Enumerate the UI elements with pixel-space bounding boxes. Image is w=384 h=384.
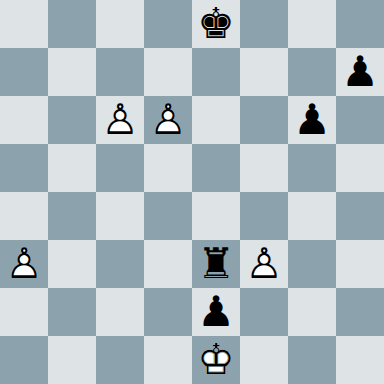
piece-black-pawn[interactable]: ♟ — [336, 48, 384, 96]
square-h3[interactable] — [336, 240, 384, 288]
pawn-outline-glyph: ♙ — [240, 240, 288, 288]
square-b5[interactable] — [48, 144, 96, 192]
square-b8[interactable] — [48, 0, 96, 48]
square-b4[interactable] — [48, 192, 96, 240]
square-a2[interactable] — [0, 288, 48, 336]
square-h5[interactable] — [336, 144, 384, 192]
piece-white-king[interactable]: ♚♔ — [192, 336, 240, 384]
square-e1[interactable]: ♚♔ — [192, 336, 240, 384]
square-e4[interactable] — [192, 192, 240, 240]
square-e8[interactable]: ♚ — [192, 0, 240, 48]
square-d8[interactable] — [144, 0, 192, 48]
square-g4[interactable] — [288, 192, 336, 240]
square-h1[interactable] — [336, 336, 384, 384]
square-g8[interactable] — [288, 0, 336, 48]
square-e3[interactable]: ♜ — [192, 240, 240, 288]
square-c8[interactable] — [96, 0, 144, 48]
square-c2[interactable] — [96, 288, 144, 336]
king-black-glyph: ♚ — [192, 0, 240, 48]
square-b7[interactable] — [48, 48, 96, 96]
square-h8[interactable] — [336, 0, 384, 48]
square-b3[interactable] — [48, 240, 96, 288]
square-a7[interactable] — [0, 48, 48, 96]
square-h2[interactable] — [336, 288, 384, 336]
piece-white-pawn[interactable]: ♟♙ — [144, 96, 192, 144]
square-f1[interactable] — [240, 336, 288, 384]
square-c1[interactable] — [96, 336, 144, 384]
pawn-black-glyph: ♟ — [288, 96, 336, 144]
piece-white-pawn[interactable]: ♟♙ — [240, 240, 288, 288]
square-f4[interactable] — [240, 192, 288, 240]
square-d6[interactable]: ♟♙ — [144, 96, 192, 144]
square-f5[interactable] — [240, 144, 288, 192]
square-f8[interactable] — [240, 0, 288, 48]
piece-black-pawn[interactable]: ♟ — [288, 96, 336, 144]
square-a4[interactable] — [0, 192, 48, 240]
square-a1[interactable] — [0, 336, 48, 384]
piece-black-rook[interactable]: ♜ — [192, 240, 240, 288]
rook-black-glyph: ♜ — [192, 240, 240, 288]
pawn-outline-glyph: ♙ — [0, 240, 48, 288]
square-b2[interactable] — [48, 288, 96, 336]
piece-white-pawn[interactable]: ♟♙ — [0, 240, 48, 288]
square-h4[interactable] — [336, 192, 384, 240]
square-f7[interactable] — [240, 48, 288, 96]
square-f3[interactable]: ♟♙ — [240, 240, 288, 288]
square-d2[interactable] — [144, 288, 192, 336]
square-g2[interactable] — [288, 288, 336, 336]
square-g1[interactable] — [288, 336, 336, 384]
square-a3[interactable]: ♟♙ — [0, 240, 48, 288]
king-outline-glyph: ♔ — [192, 336, 240, 384]
square-c3[interactable] — [96, 240, 144, 288]
piece-black-king[interactable]: ♚ — [192, 0, 240, 48]
piece-white-pawn[interactable]: ♟♙ — [96, 96, 144, 144]
square-e7[interactable] — [192, 48, 240, 96]
square-d4[interactable] — [144, 192, 192, 240]
square-g7[interactable] — [288, 48, 336, 96]
square-g5[interactable] — [288, 144, 336, 192]
pawn-black-glyph: ♟ — [336, 48, 384, 96]
square-c7[interactable] — [96, 48, 144, 96]
square-b1[interactable] — [48, 336, 96, 384]
square-b6[interactable] — [48, 96, 96, 144]
square-f6[interactable] — [240, 96, 288, 144]
square-e2[interactable]: ♟ — [192, 288, 240, 336]
square-d5[interactable] — [144, 144, 192, 192]
piece-black-pawn[interactable]: ♟ — [192, 288, 240, 336]
square-g6[interactable]: ♟ — [288, 96, 336, 144]
square-a6[interactable] — [0, 96, 48, 144]
square-d1[interactable] — [144, 336, 192, 384]
square-c6[interactable]: ♟♙ — [96, 96, 144, 144]
square-e5[interactable] — [192, 144, 240, 192]
pawn-outline-glyph: ♙ — [144, 96, 192, 144]
pawn-black-glyph: ♟ — [192, 288, 240, 336]
square-d7[interactable] — [144, 48, 192, 96]
square-c5[interactable] — [96, 144, 144, 192]
square-d3[interactable] — [144, 240, 192, 288]
square-a5[interactable] — [0, 144, 48, 192]
pawn-outline-glyph: ♙ — [96, 96, 144, 144]
square-e6[interactable] — [192, 96, 240, 144]
square-h6[interactable] — [336, 96, 384, 144]
square-f2[interactable] — [240, 288, 288, 336]
square-g3[interactable] — [288, 240, 336, 288]
square-h7[interactable]: ♟ — [336, 48, 384, 96]
square-a8[interactable] — [0, 0, 48, 48]
square-c4[interactable] — [96, 192, 144, 240]
chess-board: ♚♟♟♙♟♙♟♟♙♜♟♙♟♚♔ — [0, 0, 384, 384]
